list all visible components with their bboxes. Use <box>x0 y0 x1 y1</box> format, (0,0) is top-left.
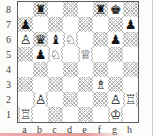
piece-black-rook[interactable]: ♜ <box>95 2 107 17</box>
rank-label-7: 7 <box>0 17 17 32</box>
square-a1[interactable]: ♖ <box>18 107 33 122</box>
square-c3[interactable] <box>48 77 63 92</box>
square-f5[interactable] <box>93 47 108 62</box>
piece-black-bishop[interactable]: ♝ <box>50 32 62 47</box>
square-a7[interactable]: ♟ <box>18 17 33 32</box>
square-g5[interactable] <box>108 47 123 62</box>
rank-label-5: 5 <box>0 47 17 62</box>
board-layout: 87654321 ♜♜♚♟♟♙♛♝♘♟♟♘♕♗♙♙♖♖♔ <box>0 1 139 123</box>
file-label-h: h <box>122 124 137 135</box>
square-b2[interactable]: ♙ <box>33 92 48 107</box>
square-e1[interactable] <box>78 107 93 122</box>
rank-label-4: 4 <box>0 62 17 77</box>
pink-underline-artifact <box>0 133 124 136</box>
square-f8[interactable]: ♜ <box>93 2 108 17</box>
square-d4[interactable] <box>63 62 78 77</box>
piece-black-pawn[interactable]: ♟ <box>125 17 137 32</box>
rank-label-8: 8 <box>0 2 17 17</box>
rank-label-6: 6 <box>0 32 17 47</box>
right-edge-line <box>152 0 153 136</box>
square-e2[interactable] <box>78 92 93 107</box>
piece-black-king[interactable]: ♚ <box>110 2 122 17</box>
square-f2[interactable] <box>93 92 108 107</box>
square-c2[interactable] <box>48 92 63 107</box>
square-e4[interactable] <box>78 62 93 77</box>
square-h1[interactable] <box>123 107 138 122</box>
square-f3[interactable]: ♗ <box>93 77 108 92</box>
square-b7[interactable] <box>33 17 48 32</box>
square-h7[interactable]: ♟ <box>123 17 138 32</box>
square-h4[interactable] <box>123 62 138 77</box>
square-b5[interactable]: ♟ <box>33 47 48 62</box>
square-g6[interactable]: ♟ <box>108 32 123 47</box>
square-b3[interactable] <box>33 77 48 92</box>
square-d3[interactable] <box>63 77 78 92</box>
piece-white-pawn[interactable]: ♙ <box>35 92 47 107</box>
piece-black-pawn[interactable]: ♟ <box>20 17 32 32</box>
piece-white-knight[interactable]: ♘ <box>65 32 77 47</box>
chess-board[interactable]: ♜♜♚♟♟♙♛♝♘♟♟♘♕♗♙♙♖♖♔ <box>17 1 139 123</box>
square-d8[interactable] <box>63 2 78 17</box>
square-g2[interactable]: ♙ <box>108 92 123 107</box>
rank-label-2: 2 <box>0 92 17 107</box>
square-g3[interactable] <box>108 77 123 92</box>
rank-labels: 87654321 <box>0 1 17 123</box>
piece-white-pawn[interactable]: ♙ <box>110 92 122 107</box>
square-a4[interactable] <box>18 62 33 77</box>
square-c1[interactable] <box>48 107 63 122</box>
square-f1[interactable] <box>93 107 108 122</box>
rank-label-3: 3 <box>0 77 17 92</box>
piece-white-queen[interactable]: ♕ <box>80 47 92 62</box>
square-g8[interactable]: ♚ <box>108 2 123 17</box>
rank-label-1: 1 <box>0 107 17 122</box>
square-f6[interactable] <box>93 32 108 47</box>
piece-white-rook[interactable]: ♖ <box>20 107 32 122</box>
square-f4[interactable] <box>93 62 108 77</box>
piece-white-rook[interactable]: ♖ <box>125 92 137 107</box>
square-b8[interactable]: ♜ <box>33 2 48 17</box>
piece-black-pawn[interactable]: ♟ <box>35 47 47 62</box>
square-d6[interactable]: ♘ <box>63 32 78 47</box>
square-g1[interactable]: ♔ <box>108 107 123 122</box>
square-e7[interactable] <box>78 17 93 32</box>
piece-white-knight[interactable]: ♘ <box>50 47 62 62</box>
square-c5[interactable]: ♘ <box>48 47 63 62</box>
square-h2[interactable]: ♖ <box>123 92 138 107</box>
piece-black-queen[interactable]: ♛ <box>35 32 47 47</box>
square-c4[interactable] <box>48 62 63 77</box>
square-a6[interactable]: ♙ <box>18 32 33 47</box>
piece-white-bishop[interactable]: ♗ <box>95 77 107 92</box>
square-e5[interactable]: ♕ <box>78 47 93 62</box>
square-h8[interactable] <box>123 2 138 17</box>
piece-white-king[interactable]: ♔ <box>110 107 122 122</box>
square-g7[interactable] <box>108 17 123 32</box>
square-c7[interactable] <box>48 17 63 32</box>
chess-diagram: 87654321 ♜♜♚♟♟♙♛♝♘♟♟♘♕♗♙♙♖♖♔ abcdefgh <box>0 0 155 136</box>
square-b4[interactable] <box>33 62 48 77</box>
square-d2[interactable] <box>63 92 78 107</box>
square-e6[interactable] <box>78 32 93 47</box>
piece-black-pawn[interactable]: ♟ <box>110 32 122 47</box>
square-c8[interactable] <box>48 2 63 17</box>
square-d1[interactable] <box>63 107 78 122</box>
square-e3[interactable] <box>78 77 93 92</box>
square-a8[interactable] <box>18 2 33 17</box>
square-d5[interactable] <box>63 47 78 62</box>
square-e8[interactable] <box>78 2 93 17</box>
square-a5[interactable] <box>18 47 33 62</box>
square-c6[interactable]: ♝ <box>48 32 63 47</box>
square-g4[interactable] <box>108 62 123 77</box>
square-h3[interactable] <box>123 77 138 92</box>
square-a3[interactable] <box>18 77 33 92</box>
square-f7[interactable] <box>93 17 108 32</box>
piece-black-rook[interactable]: ♜ <box>35 2 47 17</box>
square-d7[interactable] <box>63 17 78 32</box>
square-b1[interactable] <box>33 107 48 122</box>
square-h5[interactable] <box>123 47 138 62</box>
square-a2[interactable] <box>18 92 33 107</box>
square-h6[interactable] <box>123 32 138 47</box>
square-b6[interactable]: ♛ <box>33 32 48 47</box>
piece-white-pawn[interactable]: ♙ <box>20 32 32 47</box>
